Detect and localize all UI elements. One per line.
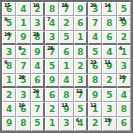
cell-r3c3[interactable]: 218 xyxy=(31,31,45,45)
cell-r7c4[interactable]: 6 xyxy=(45,88,59,102)
cell-r7c7[interactable]: 9 xyxy=(88,88,102,102)
digit-r6c8: 2 xyxy=(106,76,112,85)
cell-r7c5[interactable]: 8 xyxy=(59,88,73,102)
cell-r6c1[interactable]: 1 xyxy=(2,74,16,88)
cell-r9c3[interactable]: 5 xyxy=(31,117,45,131)
cage-sum-r8c2: 10 xyxy=(18,103,24,108)
digit-r1c9: 5 xyxy=(121,5,127,14)
digit-r3c6: 1 xyxy=(77,33,83,42)
cell-r3c4[interactable]: 3 xyxy=(45,31,59,45)
cell-r9c7[interactable]: 2 xyxy=(88,117,102,131)
cell-r4c4[interactable]: 287 xyxy=(45,45,59,59)
cage-sum-r5c8: 11 xyxy=(104,60,110,65)
cage-sum-r3c1: 16 xyxy=(4,32,10,37)
cage-sum-r1c3: 10 xyxy=(33,3,39,8)
cell-r2c5[interactable]: 2 xyxy=(59,16,73,30)
digit-r8c8: 3 xyxy=(106,105,112,114)
cell-r7c9[interactable]: 4 xyxy=(117,88,131,102)
cell-r4c9[interactable]: 41 xyxy=(117,45,131,59)
cell-r5c7[interactable]: 236 xyxy=(88,59,102,73)
cell-r6c2[interactable]: 295 xyxy=(16,74,30,88)
cell-r9c2[interactable]: 8 xyxy=(16,117,30,131)
cell-r2c7[interactable]: 7 xyxy=(88,16,102,30)
cage-sum-r6c9: 16 xyxy=(119,75,125,80)
digit-r7c8: 5 xyxy=(106,91,112,100)
cell-r6c6[interactable]: 3 xyxy=(74,74,88,88)
digit-r6c4: 9 xyxy=(49,76,55,85)
digit-r2c6: 6 xyxy=(77,19,83,28)
digit-r3c2: 9 xyxy=(20,33,26,42)
cell-r2c9[interactable]: 349 xyxy=(117,16,131,30)
digit-r6c3: 6 xyxy=(34,76,40,85)
cell-r5c9[interactable]: 3 xyxy=(117,59,131,73)
cage-sum-r2c9: 34 xyxy=(119,17,125,22)
cell-r4c7[interactable]: 5 xyxy=(88,45,102,59)
cell-r7c3[interactable]: 291 xyxy=(31,88,45,102)
digit-r2c2: 1 xyxy=(20,19,26,28)
cell-r2c2[interactable]: 1 xyxy=(16,16,30,30)
digit-r6c7: 8 xyxy=(92,76,98,85)
digit-r3c4: 3 xyxy=(49,33,55,42)
digit-r1c6: 9 xyxy=(77,5,83,14)
digit-r5c9: 3 xyxy=(121,62,127,71)
cell-r6c5[interactable]: 4 xyxy=(59,74,73,88)
cell-r1c8[interactable]: 141 xyxy=(102,2,116,16)
digit-r9c9: 6 xyxy=(121,119,127,128)
cell-r2c4[interactable]: 74 xyxy=(45,16,59,30)
cell-r5c2[interactable]: 7 xyxy=(16,59,30,73)
digit-r6c1: 1 xyxy=(6,76,12,85)
cell-r8c3[interactable]: 7 xyxy=(31,102,45,116)
digit-r9c3: 5 xyxy=(34,119,40,128)
cage-sum-r7c6: 12 xyxy=(76,89,82,94)
cell-r5c6[interactable]: 2 xyxy=(74,59,88,73)
cell-r5c5[interactable]: 1 xyxy=(59,59,73,73)
digit-r3c9: 2 xyxy=(121,33,127,42)
digit-r7c2: 3 xyxy=(20,91,26,100)
cell-r4c2[interactable]: 82 xyxy=(16,45,30,59)
cage-sum-r2c4: 7 xyxy=(47,17,50,22)
digit-r2c5: 2 xyxy=(63,19,69,28)
cell-r7c6[interactable]: 127 xyxy=(74,88,88,102)
cell-r1c4[interactable]: 8 xyxy=(45,2,59,16)
cell-r8c4[interactable]: 2 xyxy=(45,102,59,116)
cell-r5c3[interactable]: 4 xyxy=(31,59,45,73)
cell-r8c9[interactable]: 8 xyxy=(117,102,131,116)
digit-r8c3: 7 xyxy=(34,105,40,114)
digit-r1c4: 8 xyxy=(49,5,55,14)
digit-r8c9: 8 xyxy=(121,105,127,114)
cage-sum-r8c5: 13 xyxy=(61,103,67,108)
cage-sum-r4c9: 4 xyxy=(119,46,122,51)
cell-r8c1[interactable]: 4 xyxy=(2,102,16,116)
cell-r6c4[interactable]: 9 xyxy=(45,74,59,88)
cage-sum-r7c3: 29 xyxy=(33,89,39,94)
digit-r9c1: 9 xyxy=(6,119,12,128)
cell-r3c1[interactable]: 167 xyxy=(2,31,16,45)
cell-r3c6[interactable]: 1 xyxy=(74,31,88,45)
cage-sum-r9c6: 6 xyxy=(76,118,79,123)
cage-sum-r2c1: 9 xyxy=(4,17,7,22)
cell-r5c8[interactable]: 119 xyxy=(102,59,116,73)
cell-r8c6[interactable]: 5 xyxy=(74,102,88,116)
digit-r9c7: 2 xyxy=(92,119,98,128)
digit-r4c5: 6 xyxy=(63,48,69,57)
cage-sum-r1c5: 18 xyxy=(61,3,67,8)
cell-r1c2[interactable]: 4 xyxy=(16,2,30,16)
digit-r9c5: 3 xyxy=(63,119,69,128)
cage-sum-r4c2: 8 xyxy=(18,46,21,51)
cage-sum-r4c4: 28 xyxy=(47,46,53,51)
digit-r9c2: 8 xyxy=(20,119,26,128)
digit-r8c1: 4 xyxy=(6,105,12,114)
cell-r2c6[interactable]: 6 xyxy=(74,16,88,30)
cell-r8c2[interactable]: 106 xyxy=(16,102,30,116)
cell-r8c5[interactable]: 139 xyxy=(59,102,73,116)
digit-r7c1: 2 xyxy=(6,91,12,100)
cell-r2c8[interactable]: 8 xyxy=(102,16,116,30)
cage-sum-r1c7: 20 xyxy=(90,3,96,8)
digit-r2c3: 3 xyxy=(34,19,40,28)
cell-r2c3[interactable]: 3 xyxy=(31,16,45,30)
cell-r9c8[interactable]: 137 xyxy=(102,117,116,131)
digit-r6c6: 3 xyxy=(77,76,83,85)
digit-r5c5: 1 xyxy=(63,62,69,71)
cell-r9c1[interactable]: 9 xyxy=(2,117,16,131)
cage-sum-r9c8: 13 xyxy=(104,118,110,123)
digit-r5c4: 5 xyxy=(49,62,55,71)
cell-r9c5[interactable]: 3 xyxy=(59,117,73,131)
cell-r6c3[interactable]: 6 xyxy=(31,74,45,88)
digit-r7c7: 9 xyxy=(92,91,98,100)
digit-r2c8: 8 xyxy=(106,19,112,28)
digit-r5c6: 2 xyxy=(77,62,83,71)
cage-sum-r8c7: 12 xyxy=(90,103,96,108)
cell-r6c9[interactable]: 167 xyxy=(117,74,131,88)
digit-r4c8: 4 xyxy=(106,48,112,57)
cell-r4c6[interactable]: 8 xyxy=(74,45,88,59)
cell-r3c8[interactable]: 6 xyxy=(102,31,116,45)
digit-r8c4: 2 xyxy=(49,105,55,114)
cell-r5c1[interactable]: 98 xyxy=(2,59,16,73)
digit-r7c4: 6 xyxy=(49,91,55,100)
cell-r7c2[interactable]: 3 xyxy=(16,88,30,102)
cell-r3c5[interactable]: 5 xyxy=(59,31,73,45)
cell-r3c7[interactable]: 4 xyxy=(88,31,102,45)
digit-r8c6: 5 xyxy=(77,105,83,114)
digit-r3c7: 4 xyxy=(92,33,98,42)
cell-r9c4[interactable]: 1 xyxy=(45,117,59,131)
cell-r9c6[interactable]: 64 xyxy=(74,117,88,131)
cage-sum-r6c2: 29 xyxy=(18,75,24,80)
cell-r3c2[interactable]: 9 xyxy=(16,31,30,45)
cell-r4c3[interactable]: 9 xyxy=(31,45,45,59)
killer-sudoku-board: 1564102818792031415951374267834916792183… xyxy=(0,0,133,133)
cell-r1c3[interactable]: 102 xyxy=(31,2,45,16)
cage-sum-r1c1: 15 xyxy=(4,3,10,8)
cell-r4c5[interactable]: 6 xyxy=(59,45,73,59)
cell-r8c7[interactable]: 121 xyxy=(88,102,102,116)
digit-r5c3: 4 xyxy=(34,62,40,71)
digit-r6c5: 4 xyxy=(63,76,69,85)
digit-r2c7: 7 xyxy=(92,19,98,28)
cell-r6c8[interactable]: 2 xyxy=(102,74,116,88)
cell-r1c1[interactable]: 156 xyxy=(2,2,16,16)
cell-r1c9[interactable]: 5 xyxy=(117,2,131,16)
cell-r7c1[interactable]: 2 xyxy=(2,88,16,102)
cage-sum-r1c8: 14 xyxy=(104,3,110,8)
digit-r4c6: 8 xyxy=(77,48,83,57)
cell-r4c8[interactable]: 4 xyxy=(102,45,116,59)
digit-r4c1: 3 xyxy=(6,48,12,57)
cell-r5c4[interactable]: 5 xyxy=(45,59,59,73)
digit-r4c7: 5 xyxy=(92,48,98,57)
cell-r1c6[interactable]: 9 xyxy=(74,2,88,16)
cell-r1c5[interactable]: 187 xyxy=(59,2,73,16)
cell-r9c9[interactable]: 6 xyxy=(117,117,131,131)
digit-r7c9: 4 xyxy=(121,91,127,100)
cell-r8c8[interactable]: 3 xyxy=(102,102,116,116)
digit-r9c4: 1 xyxy=(49,119,55,128)
cell-r2c1[interactable]: 95 xyxy=(2,16,16,30)
cell-r7c8[interactable]: 5 xyxy=(102,88,116,102)
digit-r3c8: 6 xyxy=(106,33,112,42)
cage-sum-r5c7: 23 xyxy=(90,60,96,65)
digit-r7c5: 8 xyxy=(63,91,69,100)
digit-r4c3: 9 xyxy=(34,48,40,57)
digit-r3c5: 5 xyxy=(63,33,69,42)
digit-r5c2: 7 xyxy=(20,62,26,71)
cell-r6c7[interactable]: 8 xyxy=(88,74,102,88)
cage-sum-r3c3: 21 xyxy=(33,32,39,37)
cell-r1c7[interactable]: 203 xyxy=(88,2,102,16)
cage-sum-r5c1: 9 xyxy=(4,60,7,65)
cell-r4c1[interactable]: 3 xyxy=(2,45,16,59)
digit-r1c2: 4 xyxy=(20,5,26,14)
cell-r3c9[interactable]: 2 xyxy=(117,31,131,45)
